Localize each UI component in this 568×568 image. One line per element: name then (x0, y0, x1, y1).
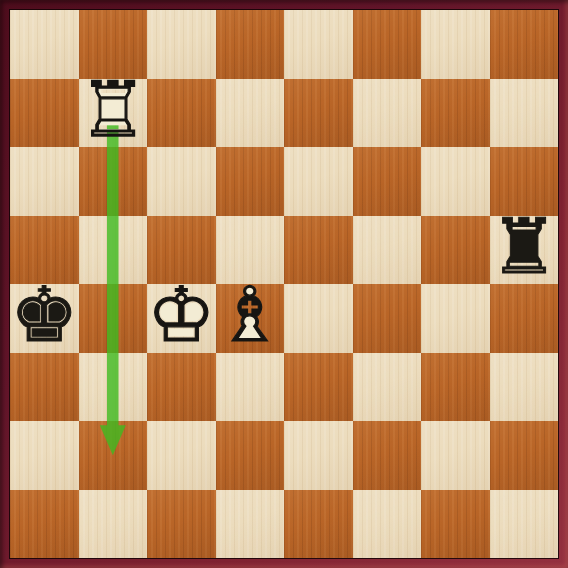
square-d3[interactable] (216, 353, 285, 422)
square-c1[interactable] (147, 490, 216, 559)
piece-outline-glyph: ♖ (79, 72, 148, 148)
chess-board: ♜♖♜♚♚♔♝♗ (10, 10, 558, 558)
square-a3[interactable] (10, 353, 79, 422)
square-f5[interactable] (353, 216, 422, 285)
square-a4[interactable]: ♚ (10, 284, 79, 353)
square-f4[interactable] (353, 284, 422, 353)
square-g3[interactable] (421, 353, 490, 422)
square-b7[interactable]: ♜♖ (79, 79, 148, 148)
square-g7[interactable] (421, 79, 490, 148)
square-h3[interactable] (490, 353, 559, 422)
square-f1[interactable] (353, 490, 422, 559)
square-d7[interactable] (216, 79, 285, 148)
square-b2[interactable] (79, 421, 148, 490)
square-c4[interactable]: ♚♔ (147, 284, 216, 353)
square-g6[interactable] (421, 147, 490, 216)
square-e6[interactable] (284, 147, 353, 216)
piece-outline-glyph: ♗ (216, 277, 285, 353)
square-g8[interactable] (421, 10, 490, 79)
square-d4[interactable]: ♝♗ (216, 284, 285, 353)
board-frame: ♜♖♜♚♚♔♝♗ (0, 0, 568, 568)
square-c8[interactable] (147, 10, 216, 79)
square-c6[interactable] (147, 147, 216, 216)
square-g2[interactable] (421, 421, 490, 490)
square-e2[interactable] (284, 421, 353, 490)
square-c2[interactable] (147, 421, 216, 490)
square-h4[interactable] (490, 284, 559, 353)
square-e4[interactable] (284, 284, 353, 353)
black-rook[interactable]: ♜ (490, 216, 559, 285)
square-g5[interactable] (421, 216, 490, 285)
square-c7[interactable] (147, 79, 216, 148)
square-f8[interactable] (353, 10, 422, 79)
square-h7[interactable] (490, 79, 559, 148)
square-a7[interactable] (10, 79, 79, 148)
square-b4[interactable] (79, 284, 148, 353)
square-a2[interactable] (10, 421, 79, 490)
square-d6[interactable] (216, 147, 285, 216)
square-h2[interactable] (490, 421, 559, 490)
square-c3[interactable] (147, 353, 216, 422)
square-e8[interactable] (284, 10, 353, 79)
square-b3[interactable] (79, 353, 148, 422)
square-a8[interactable] (10, 10, 79, 79)
piece-outline-glyph: ♔ (147, 277, 216, 353)
square-b6[interactable] (79, 147, 148, 216)
square-g4[interactable] (421, 284, 490, 353)
square-d2[interactable] (216, 421, 285, 490)
square-b1[interactable] (79, 490, 148, 559)
square-f3[interactable] (353, 353, 422, 422)
square-e5[interactable] (284, 216, 353, 285)
square-e7[interactable] (284, 79, 353, 148)
square-h1[interactable] (490, 490, 559, 559)
white-king[interactable]: ♚♔ (147, 284, 216, 353)
square-a6[interactable] (10, 147, 79, 216)
square-h5[interactable]: ♜ (490, 216, 559, 285)
square-e1[interactable] (284, 490, 353, 559)
square-d8[interactable] (216, 10, 285, 79)
white-rook[interactable]: ♜♖ (79, 79, 148, 148)
square-h8[interactable] (490, 10, 559, 79)
black-king[interactable]: ♚ (10, 284, 79, 353)
piece-fill-glyph: ♚ (10, 277, 79, 353)
square-e3[interactable] (284, 353, 353, 422)
square-d1[interactable] (216, 490, 285, 559)
piece-fill-glyph: ♜ (490, 209, 559, 285)
square-a1[interactable] (10, 490, 79, 559)
square-f7[interactable] (353, 79, 422, 148)
square-b5[interactable] (79, 216, 148, 285)
square-f2[interactable] (353, 421, 422, 490)
square-f6[interactable] (353, 147, 422, 216)
square-g1[interactable] (421, 490, 490, 559)
white-bishop[interactable]: ♝♗ (216, 284, 285, 353)
